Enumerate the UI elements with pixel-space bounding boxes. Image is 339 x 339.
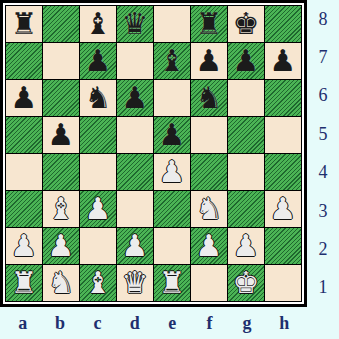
- file-label-a: a: [4, 307, 41, 339]
- square-d8[interactable]: ♛: [117, 6, 153, 42]
- square-b1[interactable]: ♞: [43, 265, 79, 301]
- piece-black-pawn: ♟: [159, 120, 186, 150]
- square-e4[interactable]: ♟: [154, 154, 190, 190]
- square-c1[interactable]: ♝: [80, 265, 116, 301]
- file-label-e: e: [154, 307, 191, 339]
- square-h7[interactable]: ♟: [265, 43, 301, 79]
- piece-white-pawn: ♟: [196, 231, 223, 261]
- piece-black-pawn: ♟: [233, 46, 260, 76]
- rank-label-8: 8: [307, 0, 339, 38]
- square-e5[interactable]: ♟: [154, 117, 190, 153]
- square-d2[interactable]: ♟: [117, 228, 153, 264]
- piece-white-knight: ♞: [48, 268, 75, 298]
- square-g2[interactable]: ♟: [228, 228, 264, 264]
- file-label-b: b: [41, 307, 78, 339]
- rank-labels: 87654321: [307, 0, 339, 307]
- square-a3[interactable]: [6, 191, 42, 227]
- chess-board-frame: ♜♝♛♜♚♟♝♟♟♟♟♞♟♞♟♟♟♝♟♞♟♟♟♟♟♟♜♞♝♛♜♚: [0, 0, 307, 307]
- piece-black-bishop: ♝: [159, 46, 186, 76]
- piece-white-bishop: ♝: [85, 268, 112, 298]
- piece-white-king: ♚: [233, 268, 260, 298]
- piece-black-queen: ♛: [122, 9, 149, 39]
- piece-black-king: ♚: [233, 9, 260, 39]
- square-e8[interactable]: [154, 6, 190, 42]
- square-h2[interactable]: [265, 228, 301, 264]
- piece-black-bishop: ♝: [85, 9, 112, 39]
- square-b3[interactable]: ♝: [43, 191, 79, 227]
- square-h6[interactable]: [265, 80, 301, 116]
- square-e3[interactable]: [154, 191, 190, 227]
- square-g6[interactable]: [228, 80, 264, 116]
- piece-white-pawn: ♟: [233, 231, 260, 261]
- square-d3[interactable]: [117, 191, 153, 227]
- square-a1[interactable]: ♜: [6, 265, 42, 301]
- piece-white-queen: ♛: [122, 268, 149, 298]
- square-h3[interactable]: ♟: [265, 191, 301, 227]
- piece-white-rook: ♜: [11, 268, 38, 298]
- file-labels: abcdefgh: [4, 307, 303, 339]
- piece-black-rook: ♜: [11, 9, 38, 39]
- square-b7[interactable]: [43, 43, 79, 79]
- square-f5[interactable]: [191, 117, 227, 153]
- square-d6[interactable]: ♟: [117, 80, 153, 116]
- square-e6[interactable]: [154, 80, 190, 116]
- piece-black-pawn: ♟: [85, 46, 112, 76]
- file-label-h: h: [266, 307, 303, 339]
- square-g1[interactable]: ♚: [228, 265, 264, 301]
- square-h5[interactable]: [265, 117, 301, 153]
- rank-label-5: 5: [307, 115, 339, 153]
- square-e1[interactable]: ♜: [154, 265, 190, 301]
- square-c4[interactable]: [80, 154, 116, 190]
- square-b6[interactable]: [43, 80, 79, 116]
- rank-label-7: 7: [307, 38, 339, 76]
- square-g4[interactable]: [228, 154, 264, 190]
- square-f2[interactable]: ♟: [191, 228, 227, 264]
- square-c3[interactable]: ♟: [80, 191, 116, 227]
- square-c2[interactable]: [80, 228, 116, 264]
- square-d4[interactable]: [117, 154, 153, 190]
- square-c8[interactable]: ♝: [80, 6, 116, 42]
- square-a7[interactable]: [6, 43, 42, 79]
- piece-white-rook: ♜: [159, 268, 186, 298]
- chess-board: ♜♝♛♜♚♟♝♟♟♟♟♞♟♞♟♟♟♝♟♞♟♟♟♟♟♟♜♞♝♛♜♚: [5, 5, 302, 302]
- file-label-g: g: [228, 307, 265, 339]
- square-e2[interactable]: [154, 228, 190, 264]
- piece-black-pawn: ♟: [48, 120, 75, 150]
- rank-label-6: 6: [307, 77, 339, 115]
- square-b2[interactable]: ♟: [43, 228, 79, 264]
- square-d5[interactable]: [117, 117, 153, 153]
- piece-white-pawn: ♟: [11, 231, 38, 261]
- file-label-f: f: [191, 307, 228, 339]
- square-a4[interactable]: [6, 154, 42, 190]
- square-g8[interactable]: ♚: [228, 6, 264, 42]
- file-label-c: c: [79, 307, 116, 339]
- file-label-d: d: [116, 307, 153, 339]
- rank-label-2: 2: [307, 230, 339, 268]
- piece-white-pawn: ♟: [159, 157, 186, 187]
- square-a5[interactable]: [6, 117, 42, 153]
- square-b4[interactable]: [43, 154, 79, 190]
- chess-diagram: ♜♝♛♜♚♟♝♟♟♟♟♞♟♞♟♟♟♝♟♞♟♟♟♟♟♟♜♞♝♛♜♚ 8765432…: [0, 0, 339, 339]
- piece-white-pawn: ♟: [85, 194, 112, 224]
- piece-black-pawn: ♟: [11, 83, 38, 113]
- square-d7[interactable]: [117, 43, 153, 79]
- square-g3[interactable]: [228, 191, 264, 227]
- piece-white-knight: ♞: [196, 194, 223, 224]
- square-f4[interactable]: [191, 154, 227, 190]
- square-c5[interactable]: [80, 117, 116, 153]
- square-f1[interactable]: [191, 265, 227, 301]
- square-c7[interactable]: ♟: [80, 43, 116, 79]
- rank-label-4: 4: [307, 154, 339, 192]
- piece-white-bishop: ♝: [48, 194, 75, 224]
- square-a2[interactable]: ♟: [6, 228, 42, 264]
- square-a8[interactable]: ♜: [6, 6, 42, 42]
- piece-white-pawn: ♟: [270, 194, 297, 224]
- piece-white-pawn: ♟: [48, 231, 75, 261]
- square-f8[interactable]: ♜: [191, 6, 227, 42]
- piece-black-knight: ♞: [196, 83, 223, 113]
- square-b8[interactable]: [43, 6, 79, 42]
- square-f7[interactable]: ♟: [191, 43, 227, 79]
- square-h1[interactable]: [265, 265, 301, 301]
- square-b5[interactable]: ♟: [43, 117, 79, 153]
- square-f6[interactable]: ♞: [191, 80, 227, 116]
- square-d1[interactable]: ♛: [117, 265, 153, 301]
- square-g5[interactable]: [228, 117, 264, 153]
- square-h8[interactable]: [265, 6, 301, 42]
- square-e7[interactable]: ♝: [154, 43, 190, 79]
- piece-black-pawn: ♟: [270, 46, 297, 76]
- piece-black-pawn: ♟: [196, 46, 223, 76]
- square-c6[interactable]: ♞: [80, 80, 116, 116]
- square-g7[interactable]: ♟: [228, 43, 264, 79]
- square-f3[interactable]: ♞: [191, 191, 227, 227]
- square-a6[interactable]: ♟: [6, 80, 42, 116]
- square-h4[interactable]: [265, 154, 301, 190]
- piece-black-rook: ♜: [196, 9, 223, 39]
- piece-white-pawn: ♟: [122, 231, 149, 261]
- piece-black-knight: ♞: [85, 83, 112, 113]
- rank-label-3: 3: [307, 192, 339, 230]
- rank-label-1: 1: [307, 269, 339, 307]
- piece-black-pawn: ♟: [122, 83, 149, 113]
